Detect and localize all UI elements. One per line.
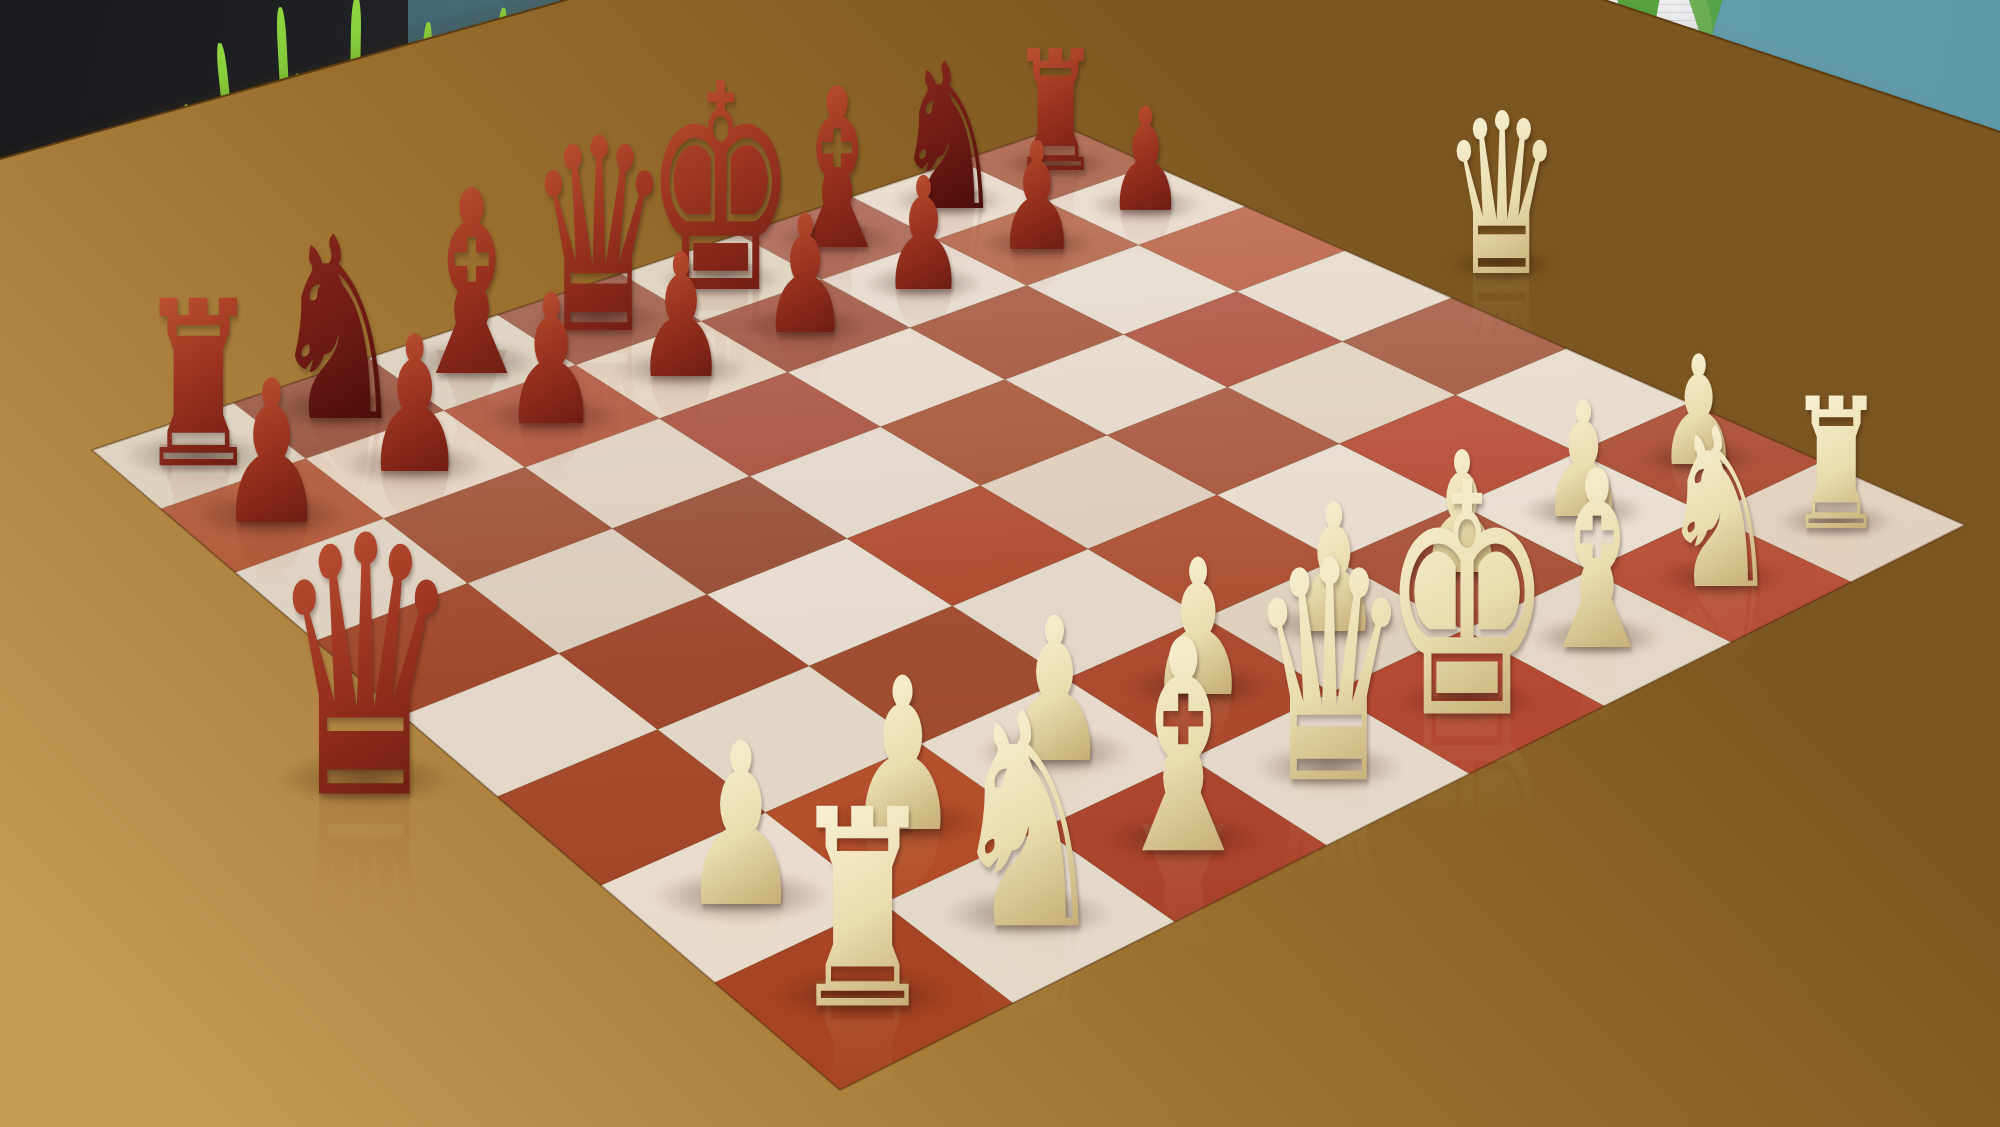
piece-white-knight-b1[interactable]: ♞ <box>948 675 1107 971</box>
piece-white-rook-h1[interactable]: ♜ <box>1787 375 1884 556</box>
piece-red-pawn-f7[interactable]: ♟ <box>882 157 966 313</box>
piece-white-bishop-c1[interactable]: ♝ <box>1104 602 1262 896</box>
scene: ♜♜♞♞♝♝♛♛♚♚♝♝♞♞♜♜♟♟♟♟♟♟♟♟♟♟♟♟♟♟♟♟♟♟♟♟♟♟♟♟… <box>0 0 2000 1127</box>
piece-white-rook-a1[interactable]: ♜ <box>789 774 936 1047</box>
piece-red-pawn-c7[interactable]: ♟ <box>503 271 600 451</box>
piece-white-knight-g1[interactable]: ♞ <box>1660 399 1779 620</box>
piece-white-queen-d1[interactable]: ♛ <box>1247 522 1411 827</box>
piece-white-extra-queen[interactable]: ♛ <box>1442 85 1562 308</box>
piece-white-pawn-a2[interactable]: ♟ <box>681 714 802 939</box>
piece-red-pawn-d7[interactable]: ♟ <box>635 231 727 402</box>
piece-red-pawn-g7[interactable]: ♟ <box>997 123 1077 273</box>
pieces-layer: ♜♜♞♞♝♝♛♛♚♚♝♝♞♞♜♜♟♟♟♟♟♟♟♟♟♟♟♟♟♟♟♟♟♟♟♟♟♟♟♟… <box>0 0 2000 1127</box>
piece-red-pawn-e7[interactable]: ♟ <box>761 194 849 358</box>
piece-red-pawn-h7[interactable]: ♟ <box>1107 89 1184 232</box>
piece-red-extra-queen[interactable]: ♛ <box>269 490 462 849</box>
